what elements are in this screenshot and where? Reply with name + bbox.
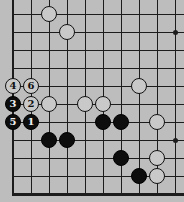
move-number-label: 3 — [10, 99, 17, 109]
go-diagram: 463251 — [0, 0, 184, 202]
stone-C6 — [41, 96, 57, 112]
stone-J3 — [149, 150, 165, 166]
stone-A6: 3 — [5, 96, 21, 112]
stone-C4 — [41, 132, 57, 148]
stone-G3 — [113, 150, 129, 166]
grid-hline — [12, 68, 184, 69]
grid-vline — [121, 0, 122, 196]
stone-H2 — [131, 168, 147, 184]
stone-G5 — [113, 114, 129, 130]
grid-vline — [139, 0, 140, 196]
stone-B5: 1 — [23, 114, 39, 130]
grid-hline — [12, 50, 184, 51]
board-edge-bottom — [12, 193, 184, 196]
stone-D4 — [59, 132, 75, 148]
grid-hline — [12, 32, 184, 33]
star-point-K4 — [173, 138, 178, 143]
stone-F5 — [95, 114, 111, 130]
grid-vline — [157, 0, 158, 196]
grid-hline — [12, 14, 184, 15]
stone-A7: 4 — [5, 78, 21, 94]
star-point-K10 — [173, 30, 178, 35]
stone-J5 — [149, 114, 165, 130]
stone-D10 — [59, 24, 75, 40]
grid-hline — [12, 140, 184, 141]
stone-C11 — [41, 6, 57, 22]
move-number-label: 1 — [28, 117, 35, 127]
stone-B7: 6 — [23, 78, 39, 94]
go-board: 463251 — [0, 0, 184, 202]
move-number-label: 2 — [28, 99, 35, 109]
move-number-label: 5 — [10, 117, 17, 127]
stone-J2 — [149, 168, 165, 184]
move-number-label: 4 — [10, 81, 17, 91]
stone-A5: 5 — [5, 114, 21, 130]
move-number-label: 6 — [28, 81, 35, 91]
stone-E6 — [77, 96, 93, 112]
stone-B6: 2 — [23, 96, 39, 112]
stone-F6 — [95, 96, 111, 112]
stone-H7 — [131, 78, 147, 94]
